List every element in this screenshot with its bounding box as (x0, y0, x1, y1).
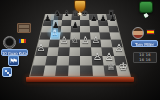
square-c2[interactable] (56, 56, 68, 66)
piece-black-p-h7[interactable]: ♟ (106, 15, 120, 23)
gem-button[interactable]: ◆ (139, 1, 153, 13)
black-player-avatar[interactable] (132, 27, 144, 39)
square-h5[interactable] (109, 32, 120, 39)
stats-row (19, 29, 29, 32)
flags-button[interactable]: ⚑⚑ (8, 55, 19, 66)
white-player-stats-badge (17, 23, 31, 33)
square-c1[interactable] (55, 65, 68, 76)
square-e1[interactable] (80, 65, 92, 76)
square-d3[interactable] (69, 47, 80, 56)
piece-white-p-a3[interactable]: ♙ (34, 43, 48, 53)
flags-icon: ⚑⚑ (10, 57, 16, 64)
black-player-name-label: Tony Miller (131, 40, 158, 47)
romania-flag-icon (18, 38, 27, 44)
stats-row (19, 25, 29, 28)
square-c3[interactable] (58, 47, 70, 56)
white-player-avatar[interactable] (3, 36, 16, 49)
square-d2[interactable] (68, 56, 80, 66)
board-front-rim (26, 77, 134, 82)
square-e3[interactable] (80, 47, 91, 56)
spain-flag-icon (146, 29, 155, 35)
dice-pip (9, 74, 11, 76)
black-player-stats-badge: 10 16 16 16 (133, 52, 157, 63)
dice-button[interactable] (2, 67, 12, 77)
chess-game-screen: ♞♝♛♚♜♟♟♟♟♟♟♗♙♘♙♙♙♙♙♙♕♔ ★ ◆ 10 Guap Kutar… (0, 0, 160, 100)
piece-black-p-d6[interactable]: ♟ (68, 21, 82, 29)
piece-white-p-f4[interactable]: ♙ (89, 35, 103, 44)
square-d1[interactable] (68, 65, 80, 76)
stats-row-bottom: 16 16 (134, 58, 156, 63)
piece-white-k-h1[interactable]: ♔ (116, 62, 130, 73)
